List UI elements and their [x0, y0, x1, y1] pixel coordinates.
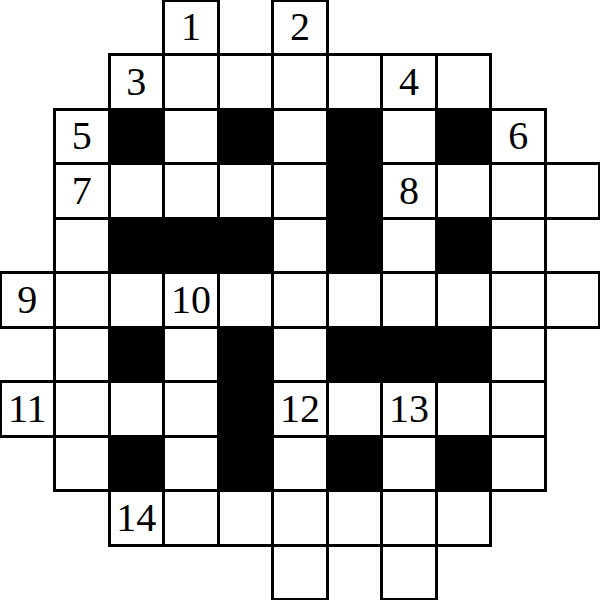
white-cell-r3-c8[interactable] — [435, 162, 493, 220]
white-cell-r4-c7[interactable] — [380, 217, 438, 275]
white-cell-r8-c7[interactable] — [380, 435, 438, 493]
crossword-grid: 1234567891011121314 — [0, 0, 600, 600]
white-cell-r5-c9[interactable] — [489, 271, 547, 329]
black-cell-r4-c8 — [435, 217, 493, 275]
white-cell-r5-c7[interactable] — [380, 271, 438, 329]
white-cell-r7-c7[interactable]: 13 — [380, 380, 438, 438]
white-cell-r7-c3[interactable] — [162, 380, 220, 438]
clue-number-11: 11 — [8, 389, 47, 429]
white-cell-r5-c8[interactable] — [435, 271, 493, 329]
white-cell-r9-c7[interactable] — [380, 489, 438, 547]
white-cell-r7-c6[interactable] — [326, 380, 384, 438]
white-cell-r6-c5[interactable] — [271, 326, 329, 384]
clue-number-10: 10 — [171, 280, 211, 320]
black-cell-r6-c8 — [435, 326, 493, 384]
clue-number-3: 3 — [126, 62, 146, 102]
white-cell-r3-c2[interactable] — [108, 162, 166, 220]
white-cell-r0-c3[interactable]: 1 — [162, 0, 220, 56]
white-cell-r9-c8[interactable] — [435, 489, 493, 547]
white-cell-r4-c1[interactable] — [53, 217, 111, 275]
white-cell-r2-c3[interactable] — [162, 108, 220, 166]
white-cell-r8-c5[interactable] — [271, 435, 329, 493]
white-cell-r5-c1[interactable] — [53, 271, 111, 329]
white-cell-r7-c9[interactable] — [489, 380, 547, 438]
white-cell-r5-c10[interactable] — [544, 271, 600, 329]
white-cell-r6-c3[interactable] — [162, 326, 220, 384]
white-cell-r9-c5[interactable] — [271, 489, 329, 547]
white-cell-r7-c5[interactable]: 12 — [271, 380, 329, 438]
black-cell-r2-c6 — [326, 108, 384, 166]
white-cell-r3-c10[interactable] — [544, 162, 600, 220]
white-cell-r1-c4[interactable] — [217, 53, 275, 111]
white-cell-r10-c7[interactable] — [380, 544, 438, 600]
white-cell-r9-c2[interactable]: 14 — [108, 489, 166, 547]
black-cell-r3-c6 — [326, 162, 384, 220]
clue-number-9: 9 — [17, 280, 37, 320]
white-cell-r3-c5[interactable] — [271, 162, 329, 220]
black-cell-r2-c2 — [108, 108, 166, 166]
white-cell-r2-c9[interactable]: 6 — [489, 108, 547, 166]
white-cell-r2-c7[interactable] — [380, 108, 438, 166]
black-cell-r2-c4 — [217, 108, 275, 166]
white-cell-r6-c9[interactable] — [489, 326, 547, 384]
white-cell-r9-c6[interactable] — [326, 489, 384, 547]
white-cell-r9-c3[interactable] — [162, 489, 220, 547]
clue-number-2: 2 — [290, 7, 310, 47]
white-cell-r10-c5[interactable] — [271, 544, 329, 600]
white-cell-r1-c2[interactable]: 3 — [108, 53, 166, 111]
black-cell-r8-c8 — [435, 435, 493, 493]
white-cell-r4-c5[interactable] — [271, 217, 329, 275]
white-cell-r8-c3[interactable] — [162, 435, 220, 493]
clue-number-12: 12 — [280, 389, 320, 429]
white-cell-r2-c1[interactable]: 5 — [53, 108, 111, 166]
white-cell-r5-c5[interactable] — [271, 271, 329, 329]
white-cell-r1-c5[interactable] — [271, 53, 329, 111]
clue-number-5: 5 — [72, 116, 92, 156]
white-cell-r9-c4[interactable] — [217, 489, 275, 547]
white-cell-r3-c1[interactable]: 7 — [53, 162, 111, 220]
white-cell-r3-c7[interactable]: 8 — [380, 162, 438, 220]
black-cell-r8-c2 — [108, 435, 166, 493]
white-cell-r1-c8[interactable] — [435, 53, 493, 111]
black-cell-r6-c7 — [380, 326, 438, 384]
white-cell-r6-c1[interactable] — [53, 326, 111, 384]
black-cell-r4-c3 — [162, 217, 220, 275]
white-cell-r3-c9[interactable] — [489, 162, 547, 220]
white-cell-r5-c6[interactable] — [326, 271, 384, 329]
black-cell-r4-c6 — [326, 217, 384, 275]
clue-number-8: 8 — [399, 171, 419, 211]
white-cell-r8-c1[interactable] — [53, 435, 111, 493]
black-cell-r7-c4 — [217, 380, 275, 438]
black-cell-r4-c2 — [108, 217, 166, 275]
black-cell-r2-c8 — [435, 108, 493, 166]
white-cell-r8-c9[interactable] — [489, 435, 547, 493]
white-cell-r4-c9[interactable] — [489, 217, 547, 275]
clue-number-7: 7 — [72, 171, 92, 211]
black-cell-r6-c4 — [217, 326, 275, 384]
black-cell-r8-c6 — [326, 435, 384, 493]
black-cell-r6-c2 — [108, 326, 166, 384]
clue-number-4: 4 — [399, 62, 419, 102]
clue-number-14: 14 — [116, 498, 156, 538]
white-cell-r7-c8[interactable] — [435, 380, 493, 438]
black-cell-r8-c4 — [217, 435, 275, 493]
clue-number-1: 1 — [181, 7, 201, 47]
white-cell-r5-c4[interactable] — [217, 271, 275, 329]
white-cell-r7-c2[interactable] — [108, 380, 166, 438]
white-cell-r5-c2[interactable] — [108, 271, 166, 329]
white-cell-r7-c0[interactable]: 11 — [0, 380, 56, 438]
clue-number-13: 13 — [389, 389, 429, 429]
white-cell-r1-c7[interactable]: 4 — [380, 53, 438, 111]
white-cell-r1-c3[interactable] — [162, 53, 220, 111]
black-cell-r4-c4 — [217, 217, 275, 275]
white-cell-r5-c0[interactable]: 9 — [0, 271, 56, 329]
clue-number-6: 6 — [508, 116, 528, 156]
white-cell-r1-c6[interactable] — [326, 53, 384, 111]
black-cell-r6-c6 — [326, 326, 384, 384]
white-cell-r0-c5[interactable]: 2 — [271, 0, 329, 56]
white-cell-r5-c3[interactable]: 10 — [162, 271, 220, 329]
white-cell-r7-c1[interactable] — [53, 380, 111, 438]
white-cell-r2-c5[interactable] — [271, 108, 329, 166]
white-cell-r3-c4[interactable] — [217, 162, 275, 220]
white-cell-r3-c3[interactable] — [162, 162, 220, 220]
